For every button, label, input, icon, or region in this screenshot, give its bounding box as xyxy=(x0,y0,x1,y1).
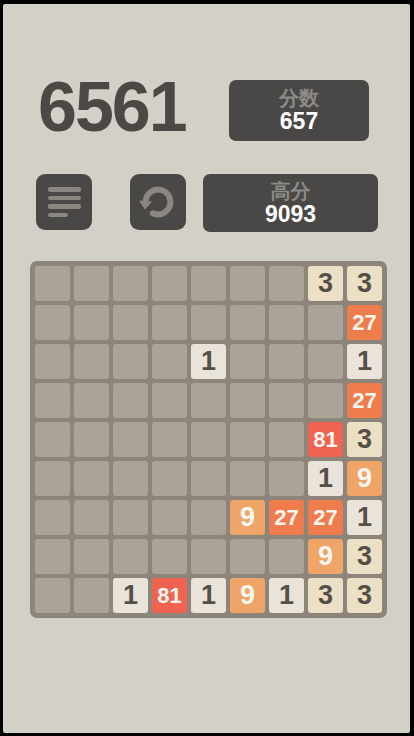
empty-cell xyxy=(35,305,70,340)
game-page: 6561 分数 657 高分 9093 33271127813199272719… xyxy=(3,4,410,733)
empty-cell xyxy=(152,500,187,535)
empty-cell xyxy=(35,422,70,457)
tile-81-r9c4: 81 xyxy=(152,578,187,613)
tile-1-r9c7: 1 xyxy=(269,578,304,613)
empty-cell xyxy=(269,266,304,301)
empty-cell xyxy=(35,266,70,301)
empty-cell xyxy=(35,500,70,535)
tile-9-r6c9: 9 xyxy=(347,461,382,496)
game-title: 6561 xyxy=(38,70,186,144)
empty-cell xyxy=(74,578,109,613)
empty-cell xyxy=(113,266,148,301)
tile-3-r5c9: 3 xyxy=(347,422,382,457)
phone-screen: 6561 分数 657 高分 9093 33271127813199272719… xyxy=(0,0,414,736)
restart-button[interactable] xyxy=(130,174,186,230)
empty-cell xyxy=(35,539,70,574)
menu-button[interactable] xyxy=(36,174,92,230)
best-score-value: 9093 xyxy=(265,202,316,227)
empty-cell xyxy=(113,422,148,457)
best-score-box: 高分 9093 xyxy=(203,174,378,232)
empty-cell xyxy=(269,344,304,379)
empty-cell xyxy=(191,461,226,496)
empty-cell xyxy=(35,461,70,496)
empty-cell xyxy=(35,344,70,379)
tile-3-r8c9: 3 xyxy=(347,539,382,574)
empty-cell xyxy=(269,422,304,457)
score-box: 分数 657 xyxy=(229,80,369,141)
empty-cell xyxy=(74,500,109,535)
score-label: 分数 xyxy=(279,87,319,109)
empty-cell xyxy=(113,305,148,340)
empty-cell xyxy=(269,383,304,418)
tile-27-r4c9: 27 xyxy=(347,383,382,418)
empty-cell xyxy=(152,266,187,301)
tile-9-r7c6: 9 xyxy=(230,500,265,535)
tile-1-r7c9: 1 xyxy=(347,500,382,535)
empty-cell xyxy=(74,461,109,496)
empty-cell xyxy=(191,266,226,301)
empty-cell xyxy=(230,461,265,496)
empty-cell xyxy=(152,461,187,496)
empty-cell xyxy=(191,539,226,574)
empty-cell xyxy=(230,266,265,301)
tile-27-r7c8: 27 xyxy=(308,500,343,535)
empty-cell xyxy=(152,305,187,340)
empty-cell xyxy=(152,383,187,418)
tile-3-r1c9: 3 xyxy=(347,266,382,301)
tile-3-r9c8: 3 xyxy=(308,578,343,613)
empty-cell xyxy=(308,383,343,418)
tile-27-r2c9: 27 xyxy=(347,305,382,340)
empty-cell xyxy=(152,422,187,457)
tile-81-r5c8: 81 xyxy=(308,422,343,457)
empty-cell xyxy=(230,305,265,340)
list-lines-icon xyxy=(48,187,81,217)
circular-arrow-icon xyxy=(137,181,179,223)
best-score-label: 高分 xyxy=(271,180,311,202)
empty-cell xyxy=(230,344,265,379)
empty-cell xyxy=(74,305,109,340)
empty-cell xyxy=(113,461,148,496)
empty-cell xyxy=(74,266,109,301)
empty-cell xyxy=(74,422,109,457)
tile-1-r6c8: 1 xyxy=(308,461,343,496)
empty-cell xyxy=(35,383,70,418)
empty-cell xyxy=(113,344,148,379)
empty-cell xyxy=(230,422,265,457)
empty-cell xyxy=(191,422,226,457)
empty-cell xyxy=(230,539,265,574)
tile-1-r9c5: 1 xyxy=(191,578,226,613)
empty-cell xyxy=(191,305,226,340)
tile-1-r3c9: 1 xyxy=(347,344,382,379)
empty-cell xyxy=(308,305,343,340)
empty-cell xyxy=(113,383,148,418)
empty-cell xyxy=(269,305,304,340)
empty-cell xyxy=(74,539,109,574)
tile-27-r7c7: 27 xyxy=(269,500,304,535)
tile-9-r9c6: 9 xyxy=(230,578,265,613)
empty-cell xyxy=(269,539,304,574)
empty-cell xyxy=(152,539,187,574)
tile-1-r3c5: 1 xyxy=(191,344,226,379)
empty-cell xyxy=(74,383,109,418)
empty-cell xyxy=(308,344,343,379)
empty-cell xyxy=(191,500,226,535)
tile-3-r9c9: 3 xyxy=(347,578,382,613)
tile-1-r9c3: 1 xyxy=(113,578,148,613)
empty-cell xyxy=(35,578,70,613)
empty-cell xyxy=(74,344,109,379)
game-board[interactable]: 33271127813199272719318119133 xyxy=(30,261,387,618)
empty-cell xyxy=(113,500,148,535)
empty-cell xyxy=(230,383,265,418)
empty-cell xyxy=(113,539,148,574)
tile-9-r8c8: 9 xyxy=(308,539,343,574)
empty-cell xyxy=(152,344,187,379)
tile-3-r1c8: 3 xyxy=(308,266,343,301)
empty-cell xyxy=(269,461,304,496)
score-value: 657 xyxy=(280,109,318,134)
empty-cell xyxy=(191,383,226,418)
